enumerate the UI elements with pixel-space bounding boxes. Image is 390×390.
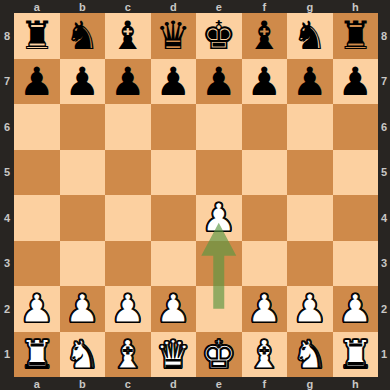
file-label-a: a (14, 0, 60, 13)
piece-black-pawn[interactable]: ♟ (287, 59, 333, 105)
square-a6[interactable] (14, 104, 60, 150)
piece-white-pawn[interactable]: ♟ (14, 286, 60, 332)
piece-white-pawn[interactable]: ♟ (60, 286, 106, 332)
rank-label-3: 3 (378, 241, 390, 287)
square-g3[interactable] (287, 241, 333, 287)
piece-black-king[interactable]: ♚ (196, 13, 242, 59)
piece-white-queen[interactable]: ♛ (151, 332, 197, 378)
piece-white-pawn[interactable]: ♟ (105, 286, 151, 332)
square-d6[interactable] (151, 104, 197, 150)
square-g5[interactable] (287, 150, 333, 196)
square-f4[interactable] (242, 195, 288, 241)
rank-label-2: 2 (378, 286, 390, 332)
file-label-f: f (242, 0, 288, 13)
square-f8[interactable]: ♝ (242, 13, 288, 59)
square-h4[interactable] (333, 195, 379, 241)
piece-black-pawn[interactable]: ♟ (60, 59, 106, 105)
square-g7[interactable]: ♟ (287, 59, 333, 105)
square-f3[interactable] (242, 241, 288, 287)
square-f1[interactable]: ♝ (242, 332, 288, 378)
square-d4[interactable] (151, 195, 197, 241)
square-c8[interactable]: ♝ (105, 13, 151, 59)
rank-label-1: 1 (0, 332, 14, 378)
square-a7[interactable]: ♟ (14, 59, 60, 105)
square-h7[interactable]: ♟ (333, 59, 379, 105)
square-c5[interactable] (105, 150, 151, 196)
square-a3[interactable] (14, 241, 60, 287)
piece-white-knight[interactable]: ♞ (60, 332, 106, 378)
file-label-a: a (14, 377, 60, 390)
square-a8[interactable]: ♜ (14, 13, 60, 59)
file-label-g: g (287, 377, 333, 390)
square-a1[interactable]: ♜ (14, 332, 60, 378)
piece-black-pawn[interactable]: ♟ (14, 59, 60, 105)
piece-black-pawn[interactable]: ♟ (242, 59, 288, 105)
square-e2[interactable] (196, 286, 242, 332)
piece-black-bishop[interactable]: ♝ (242, 13, 288, 59)
square-d1[interactable]: ♛ (151, 332, 197, 378)
rank-label-4: 4 (378, 195, 390, 241)
square-g2[interactable]: ♟ (287, 286, 333, 332)
file-label-g: g (287, 0, 333, 13)
square-d3[interactable] (151, 241, 197, 287)
file-label-d: d (151, 377, 197, 390)
square-e3[interactable] (196, 241, 242, 287)
square-f7[interactable]: ♟ (242, 59, 288, 105)
file-label-b: b (60, 0, 106, 13)
square-e7[interactable]: ♟ (196, 59, 242, 105)
piece-black-queen[interactable]: ♛ (151, 13, 197, 59)
square-h8[interactable]: ♜ (333, 13, 379, 59)
piece-white-pawn[interactable]: ♟ (333, 286, 379, 332)
piece-white-pawn[interactable]: ♟ (196, 195, 242, 241)
square-h3[interactable] (333, 241, 379, 287)
piece-white-rook[interactable]: ♜ (333, 332, 379, 378)
square-a4[interactable] (14, 195, 60, 241)
file-label-h: h (333, 377, 379, 390)
file-label-b: b (60, 377, 106, 390)
square-f5[interactable] (242, 150, 288, 196)
square-e4[interactable]: ♟ (196, 195, 242, 241)
square-c3[interactable] (105, 241, 151, 287)
square-d5[interactable] (151, 150, 197, 196)
piece-black-pawn[interactable]: ♟ (196, 59, 242, 105)
piece-white-rook[interactable]: ♜ (14, 332, 60, 378)
piece-white-pawn[interactable]: ♟ (242, 286, 288, 332)
piece-white-bishop[interactable]: ♝ (242, 332, 288, 378)
square-g6[interactable] (287, 104, 333, 150)
square-h2[interactable]: ♟ (333, 286, 379, 332)
square-h6[interactable] (333, 104, 379, 150)
square-b7[interactable]: ♟ (60, 59, 106, 105)
rank-label-8: 8 (378, 13, 390, 59)
file-label-h: h (333, 0, 379, 13)
file-labels-top: abcdefgh (14, 0, 378, 13)
rank-label-7: 7 (378, 59, 390, 105)
square-b4[interactable] (60, 195, 106, 241)
square-b5[interactable] (60, 150, 106, 196)
square-e6[interactable] (196, 104, 242, 150)
file-label-e: e (196, 377, 242, 390)
rank-label-2: 2 (0, 286, 14, 332)
file-labels-bottom: abcdefgh (14, 377, 378, 390)
square-f2[interactable]: ♟ (242, 286, 288, 332)
piece-black-rook[interactable]: ♜ (14, 13, 60, 59)
square-b6[interactable] (60, 104, 106, 150)
file-label-d: d (151, 0, 197, 13)
rank-labels-left: 87654321 (0, 13, 14, 377)
rank-label-4: 4 (0, 195, 14, 241)
piece-black-knight[interactable]: ♞ (287, 13, 333, 59)
square-b2[interactable]: ♟ (60, 286, 106, 332)
square-c1[interactable]: ♝ (105, 332, 151, 378)
square-b8[interactable]: ♞ (60, 13, 106, 59)
rank-label-8: 8 (0, 13, 14, 59)
piece-white-pawn[interactable]: ♟ (287, 286, 333, 332)
board-frame: abcdefgh abcdefgh 87654321 87654321 ♜♞♝♛… (0, 0, 390, 390)
chess-board: ♜♞♝♛♚♝♞♜♟♟♟♟♟♟♟♟♟♟♟♟♟♟♟♟♜♞♝♛♚♝♞♜ (14, 13, 378, 377)
square-a5[interactable] (14, 150, 60, 196)
square-c7[interactable]: ♟ (105, 59, 151, 105)
square-d7[interactable]: ♟ (151, 59, 197, 105)
piece-white-bishop[interactable]: ♝ (105, 332, 151, 378)
square-e1[interactable]: ♚ (196, 332, 242, 378)
square-e5[interactable] (196, 150, 242, 196)
file-label-c: c (105, 0, 151, 13)
piece-black-pawn[interactable]: ♟ (333, 59, 379, 105)
piece-white-king[interactable]: ♚ (196, 332, 242, 378)
rank-label-7: 7 (0, 59, 14, 105)
piece-white-knight[interactable]: ♞ (287, 332, 333, 378)
piece-black-pawn[interactable]: ♟ (151, 59, 197, 105)
square-c6[interactable] (105, 104, 151, 150)
rank-label-5: 5 (0, 150, 14, 196)
piece-white-pawn[interactable]: ♟ (151, 286, 197, 332)
rank-label-6: 6 (378, 104, 390, 150)
piece-black-knight[interactable]: ♞ (60, 13, 106, 59)
piece-black-pawn[interactable]: ♟ (105, 59, 151, 105)
file-label-c: c (105, 377, 151, 390)
square-h5[interactable] (333, 150, 379, 196)
square-d8[interactable]: ♛ (151, 13, 197, 59)
square-g4[interactable] (287, 195, 333, 241)
square-c4[interactable] (105, 195, 151, 241)
square-b1[interactable]: ♞ (60, 332, 106, 378)
square-a2[interactable]: ♟ (14, 286, 60, 332)
rank-label-5: 5 (378, 150, 390, 196)
rank-label-3: 3 (0, 241, 14, 287)
piece-black-rook[interactable]: ♜ (333, 13, 379, 59)
square-c2[interactable]: ♟ (105, 286, 151, 332)
square-d2[interactable]: ♟ (151, 286, 197, 332)
piece-black-bishop[interactable]: ♝ (105, 13, 151, 59)
rank-label-1: 1 (378, 332, 390, 378)
square-e8[interactable]: ♚ (196, 13, 242, 59)
file-label-f: f (242, 377, 288, 390)
square-f6[interactable] (242, 104, 288, 150)
rank-label-6: 6 (0, 104, 14, 150)
square-b3[interactable] (60, 241, 106, 287)
square-g1[interactable]: ♞ (287, 332, 333, 378)
square-g8[interactable]: ♞ (287, 13, 333, 59)
file-label-e: e (196, 0, 242, 13)
rank-labels-right: 87654321 (378, 13, 390, 377)
square-h1[interactable]: ♜ (333, 332, 379, 378)
